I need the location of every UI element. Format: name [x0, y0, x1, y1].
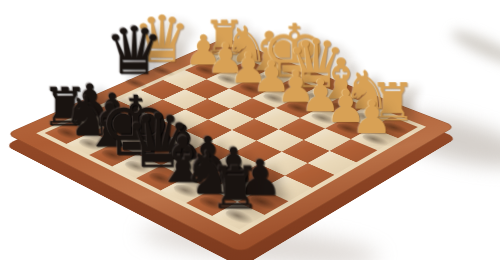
- square-a2: ♟: [351, 128, 398, 150]
- maple-pinstripe-border: ♜♞♝♚♛♝♞♜♟♟♟♟♟♟♟♟♟♟♟♟♟♟♟♟♜♞♝♚♛♝♞♜: [36, 48, 426, 234]
- extra-black-queen: ♛: [103, 18, 165, 84]
- board-grid: ♜♞♝♚♛♝♞♜♟♟♟♟♟♟♟♟♟♟♟♟♟♟♟♟♜♞♝♚♛♝♞♜: [45, 52, 418, 230]
- white-pawn: ♟: [338, 94, 405, 140]
- black-rook: ♜: [198, 158, 272, 216]
- chess-set-photo: ♜♞♝♚♛♝♞♜♟♟♟♟♟♟♟♟♟♟♟♟♟♟♟♟♜♞♝♚♛♝♞♜ ♛♛: [0, 0, 500, 260]
- chess-board: ♜♞♝♚♛♝♞♜♟♟♟♟♟♟♟♟♟♟♟♟♟♟♟♟♜♞♝♚♛♝♞♜ ♛♛: [6, 38, 455, 253]
- square-a8: ♜: [212, 202, 264, 229]
- rook-cast-shadow: [448, 25, 500, 71]
- square-a4: [308, 151, 357, 175]
